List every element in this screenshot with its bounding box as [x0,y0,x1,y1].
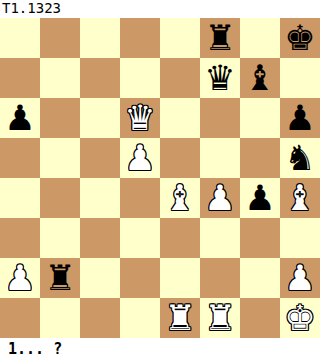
square-h7[interactable] [280,58,320,98]
chess-puzzle-window: T1.1323 ♜♚♛♝♟♛♟♟♞♝♟♟♝♟♜♟♜♜♚ 1... ? [0,0,320,360]
square-e2[interactable] [160,258,200,298]
square-c4[interactable] [80,178,120,218]
square-f5[interactable] [200,138,240,178]
square-a6[interactable]: ♟ [0,98,40,138]
white-pawn-piece[interactable]: ♟ [124,138,155,178]
square-g5[interactable] [240,138,280,178]
square-f3[interactable] [200,218,240,258]
square-c7[interactable] [80,58,120,98]
square-h2[interactable]: ♟ [280,258,320,298]
white-bishop-piece[interactable]: ♝ [164,178,195,218]
black-knight-piece[interactable]: ♞ [284,138,315,178]
square-b2[interactable]: ♜ [40,258,80,298]
square-b3[interactable] [40,218,80,258]
square-a7[interactable] [0,58,40,98]
black-rook-piece[interactable]: ♜ [204,18,235,58]
square-a1[interactable] [0,298,40,338]
black-king-piece[interactable]: ♚ [284,18,315,58]
square-f6[interactable] [200,98,240,138]
white-rook-piece[interactable]: ♜ [164,298,195,338]
square-g6[interactable] [240,98,280,138]
white-pawn-piece[interactable]: ♟ [204,178,235,218]
square-d1[interactable] [120,298,160,338]
square-c6[interactable] [80,98,120,138]
square-f8[interactable]: ♜ [200,18,240,58]
square-a8[interactable] [0,18,40,58]
square-e8[interactable] [160,18,200,58]
black-queen-piece[interactable]: ♛ [204,58,235,98]
square-c5[interactable] [80,138,120,178]
square-f7[interactable]: ♛ [200,58,240,98]
square-h3[interactable] [280,218,320,258]
square-b5[interactable] [40,138,80,178]
square-h8[interactable]: ♚ [280,18,320,58]
square-f1[interactable]: ♜ [200,298,240,338]
puzzle-id-label: T1.1323 [0,0,320,18]
square-g7[interactable]: ♝ [240,58,280,98]
white-pawn-piece[interactable]: ♟ [284,258,315,298]
square-c3[interactable] [80,218,120,258]
black-pawn-piece[interactable]: ♟ [244,178,275,218]
black-rook-piece[interactable]: ♜ [44,258,75,298]
square-h4[interactable]: ♝ [280,178,320,218]
square-a5[interactable] [0,138,40,178]
square-g4[interactable]: ♟ [240,178,280,218]
square-d3[interactable] [120,218,160,258]
square-d7[interactable] [120,58,160,98]
square-b1[interactable] [40,298,80,338]
square-h6[interactable]: ♟ [280,98,320,138]
square-h1[interactable]: ♚ [280,298,320,338]
square-e7[interactable] [160,58,200,98]
square-f4[interactable]: ♟ [200,178,240,218]
square-e1[interactable]: ♜ [160,298,200,338]
square-g8[interactable] [240,18,280,58]
square-g1[interactable] [240,298,280,338]
square-g2[interactable] [240,258,280,298]
square-c1[interactable] [80,298,120,338]
white-queen-piece[interactable]: ♛ [124,98,155,138]
square-a4[interactable] [0,178,40,218]
square-a3[interactable] [0,218,40,258]
black-pawn-piece[interactable]: ♟ [4,98,35,138]
square-d5[interactable]: ♟ [120,138,160,178]
white-pawn-piece[interactable]: ♟ [4,258,35,298]
square-b7[interactable] [40,58,80,98]
white-king-piece[interactable]: ♚ [284,298,315,338]
square-e6[interactable] [160,98,200,138]
square-d8[interactable] [120,18,160,58]
chess-board: ♜♚♛♝♟♛♟♟♞♝♟♟♝♟♜♟♜♜♚ [0,18,320,338]
square-e4[interactable]: ♝ [160,178,200,218]
square-g3[interactable] [240,218,280,258]
square-b4[interactable] [40,178,80,218]
black-pawn-piece[interactable]: ♟ [284,98,315,138]
square-d4[interactable] [120,178,160,218]
square-h5[interactable]: ♞ [280,138,320,178]
square-c2[interactable] [80,258,120,298]
square-c8[interactable] [80,18,120,58]
white-rook-piece[interactable]: ♜ [204,298,235,338]
square-b8[interactable] [40,18,80,58]
square-b6[interactable] [40,98,80,138]
white-bishop-piece[interactable]: ♝ [284,178,315,218]
move-prompt-label: 1... ? [0,338,320,360]
square-e3[interactable] [160,218,200,258]
square-d6[interactable]: ♛ [120,98,160,138]
square-f2[interactable] [200,258,240,298]
square-d2[interactable] [120,258,160,298]
square-e5[interactable] [160,138,200,178]
square-a2[interactable]: ♟ [0,258,40,298]
black-bishop-piece[interactable]: ♝ [244,58,275,98]
